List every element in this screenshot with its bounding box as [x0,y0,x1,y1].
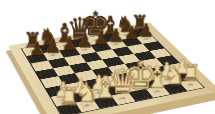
scene: ♜♞♝♛♚♝♞♜♟♟♟♟♟♟♟♟♟♟♟♟♟♟♟♟♜♞♝♛♚♝♞♜ [0,0,215,114]
square-a1[interactable]: ♜ [56,103,81,114]
piece-white-rook[interactable]: ♜ [50,85,86,110]
piece-black-pawn[interactable]: ♟ [21,40,52,59]
chess-set-photo: ♜♞♝♛♚♝♞♜♟♟♟♟♟♟♟♟♟♟♟♟♟♟♟♟♜♞♝♛♚♝♞♜ [0,0,215,114]
chess-board: ♜♞♝♛♚♝♞♜♟♟♟♟♟♟♟♟♟♟♟♟♟♟♟♟♜♞♝♛♚♝♞♜ [8,22,215,114]
